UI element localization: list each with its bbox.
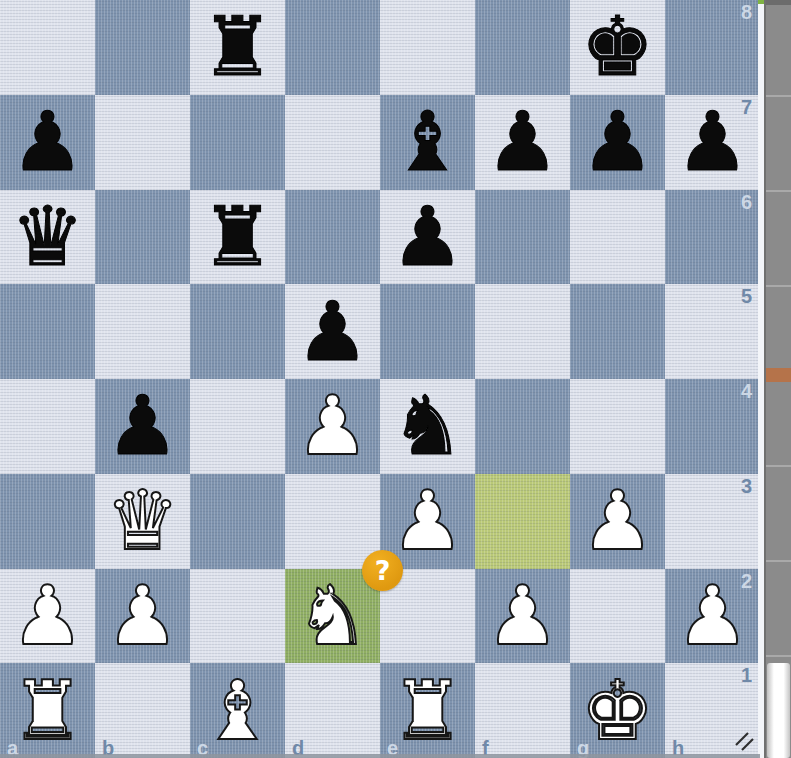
square-g5[interactable] xyxy=(570,284,665,379)
strip-divider xyxy=(766,560,791,562)
square-f5[interactable] xyxy=(475,284,570,379)
annotation-glyph: ? xyxy=(375,555,391,586)
piece-black-pawn-g7[interactable]: ♟ xyxy=(570,95,665,190)
piece-white-pawn-d4[interactable]: ♟ xyxy=(285,379,380,474)
strip-top-cap xyxy=(766,0,791,5)
square-a1[interactable]: ♜a xyxy=(0,663,95,758)
square-f6[interactable] xyxy=(475,190,570,285)
strip-divider xyxy=(766,655,791,657)
square-c7[interactable] xyxy=(190,95,285,190)
square-h8[interactable]: 8 xyxy=(665,0,760,95)
piece-white-pawn-a2[interactable]: ♟ xyxy=(0,569,95,664)
piece-black-bishop-e7[interactable]: ♝ xyxy=(380,95,475,190)
square-g7[interactable]: ♟ xyxy=(570,95,665,190)
piece-white-queen-b3[interactable]: ♛ xyxy=(95,474,190,569)
square-c5[interactable] xyxy=(190,284,285,379)
square-d3[interactable] xyxy=(285,474,380,569)
square-d4[interactable]: ♟ xyxy=(285,379,380,474)
square-d1[interactable]: d xyxy=(285,663,380,758)
piece-black-pawn-b4[interactable]: ♟ xyxy=(95,379,190,474)
strip-divider xyxy=(766,465,791,467)
chess-app: ♜♚8♟♝♟♟♟7♛♜♟6♟5♟♟♞4♛♟♟3♟♟♞♟♟2♜ab♝cd♜ef♚g… xyxy=(0,0,791,758)
piece-white-pawn-h2[interactable]: ♟ xyxy=(665,569,760,664)
right-side-strip xyxy=(764,0,791,758)
piece-white-bishop-c1[interactable]: ♝ xyxy=(190,663,285,758)
strip-position-marker xyxy=(766,368,791,382)
square-g6[interactable] xyxy=(570,190,665,285)
square-b8[interactable] xyxy=(95,0,190,95)
square-g2[interactable] xyxy=(570,569,665,664)
square-f1[interactable]: f xyxy=(475,663,570,758)
square-c4[interactable] xyxy=(190,379,285,474)
rank-label-8: 8 xyxy=(741,1,752,24)
piece-black-pawn-h7[interactable]: ♟ xyxy=(665,95,760,190)
piece-white-rook-a1[interactable]: ♜ xyxy=(0,663,95,758)
square-f3[interactable] xyxy=(475,474,570,569)
piece-white-rook-e1[interactable]: ♜ xyxy=(380,663,475,758)
piece-white-pawn-f2[interactable]: ♟ xyxy=(475,569,570,664)
square-a6[interactable]: ♛ xyxy=(0,190,95,285)
piece-black-knight-e4[interactable]: ♞ xyxy=(380,379,475,474)
board-bottom-edge xyxy=(0,754,760,758)
square-h7[interactable]: ♟7 xyxy=(665,95,760,190)
rank-label-6: 6 xyxy=(741,191,752,214)
chess-board[interactable]: ♜♚8♟♝♟♟♟7♛♜♟6♟5♟♟♞4♛♟♟3♟♟♞♟♟2♜ab♝cd♜ef♚g… xyxy=(0,0,760,758)
piece-white-king-g1[interactable]: ♚ xyxy=(570,663,665,758)
square-h4[interactable]: 4 xyxy=(665,379,760,474)
square-b5[interactable] xyxy=(95,284,190,379)
piece-black-pawn-e6[interactable]: ♟ xyxy=(380,190,475,285)
piece-black-rook-c8[interactable]: ♜ xyxy=(190,0,285,95)
square-f4[interactable] xyxy=(475,379,570,474)
rank-label-1: 1 xyxy=(741,664,752,687)
square-b7[interactable] xyxy=(95,95,190,190)
square-g1[interactable]: ♚g xyxy=(570,663,665,758)
piece-white-pawn-g3[interactable]: ♟ xyxy=(570,474,665,569)
square-b1[interactable]: b xyxy=(95,663,190,758)
square-f8[interactable] xyxy=(475,0,570,95)
square-b6[interactable] xyxy=(95,190,190,285)
square-h6[interactable]: 6 xyxy=(665,190,760,285)
piece-black-rook-c6[interactable]: ♜ xyxy=(190,190,285,285)
square-a4[interactable] xyxy=(0,379,95,474)
square-e4[interactable]: ♞ xyxy=(380,379,475,474)
strip-divider xyxy=(766,95,791,97)
square-c1[interactable]: ♝c xyxy=(190,663,285,758)
square-c6[interactable]: ♜ xyxy=(190,190,285,285)
square-h3[interactable]: 3 xyxy=(665,474,760,569)
mistake-annotation-badge: ? xyxy=(362,550,403,591)
green-sliver xyxy=(758,0,764,4)
board-resize-handle-icon[interactable] xyxy=(733,730,755,752)
strip-scroll-thumb[interactable] xyxy=(767,663,790,758)
square-e5[interactable] xyxy=(380,284,475,379)
square-a7[interactable]: ♟ xyxy=(0,95,95,190)
square-c3[interactable] xyxy=(190,474,285,569)
square-a5[interactable] xyxy=(0,284,95,379)
square-e1[interactable]: ♜e xyxy=(380,663,475,758)
piece-black-pawn-a7[interactable]: ♟ xyxy=(0,95,95,190)
square-h5[interactable]: 5 xyxy=(665,284,760,379)
square-a2[interactable]: ♟ xyxy=(0,569,95,664)
square-e7[interactable]: ♝ xyxy=(380,95,475,190)
piece-black-queen-a6[interactable]: ♛ xyxy=(0,190,95,285)
piece-white-pawn-b2[interactable]: ♟ xyxy=(95,569,190,664)
square-c2[interactable] xyxy=(190,569,285,664)
strip-divider xyxy=(766,190,791,192)
square-d5[interactable]: ♟ xyxy=(285,284,380,379)
square-e6[interactable]: ♟ xyxy=(380,190,475,285)
piece-black-king-g8[interactable]: ♚ xyxy=(570,0,665,95)
square-b2[interactable]: ♟ xyxy=(95,569,190,664)
square-c8[interactable]: ♜ xyxy=(190,0,285,95)
square-f2[interactable]: ♟ xyxy=(475,569,570,664)
square-h2[interactable]: ♟2 xyxy=(665,569,760,664)
rank-label-4: 4 xyxy=(741,380,752,403)
strip-divider xyxy=(766,285,791,287)
rank-label-5: 5 xyxy=(741,285,752,308)
square-f7[interactable]: ♟ xyxy=(475,95,570,190)
square-b3[interactable]: ♛ xyxy=(95,474,190,569)
square-d6[interactable] xyxy=(285,190,380,285)
piece-black-pawn-f7[interactable]: ♟ xyxy=(475,95,570,190)
square-d7[interactable] xyxy=(285,95,380,190)
square-a3[interactable] xyxy=(0,474,95,569)
square-a8[interactable] xyxy=(0,0,95,95)
square-b4[interactable]: ♟ xyxy=(95,379,190,474)
piece-black-pawn-d5[interactable]: ♟ xyxy=(285,284,380,379)
square-d8[interactable] xyxy=(285,0,380,95)
square-g4[interactable] xyxy=(570,379,665,474)
square-e8[interactable] xyxy=(380,0,475,95)
rank-label-3: 3 xyxy=(741,475,752,498)
square-g8[interactable]: ♚ xyxy=(570,0,665,95)
square-g3[interactable]: ♟ xyxy=(570,474,665,569)
